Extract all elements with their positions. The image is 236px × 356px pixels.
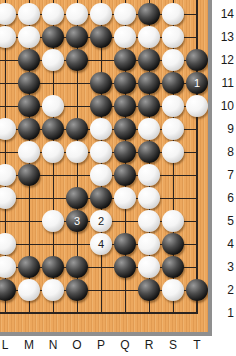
white-stone-N5[interactable] xyxy=(42,210,64,232)
black-stone-Q9[interactable] xyxy=(114,118,136,140)
white-stone-Q14[interactable] xyxy=(114,3,136,25)
white-stone-P14[interactable] xyxy=(90,3,112,25)
column-label-Q: Q xyxy=(120,338,129,352)
black-stone-M3[interactable] xyxy=(18,256,40,278)
black-stone-O6[interactable] xyxy=(66,187,88,209)
move-number-label-3: 3 xyxy=(74,216,80,227)
column-label-N: N xyxy=(49,338,58,352)
white-stone-Q13[interactable] xyxy=(114,26,136,48)
white-stone-S2[interactable] xyxy=(162,279,184,301)
black-stone-N13[interactable] xyxy=(42,26,64,48)
white-stone-S12[interactable] xyxy=(162,49,184,71)
row-label-12: 12 xyxy=(221,53,234,67)
white-stone-P4[interactable]: 4 xyxy=(90,233,112,255)
white-stone-L6[interactable] xyxy=(0,187,16,209)
black-stone-M7[interactable] xyxy=(18,164,40,186)
black-stone-M9[interactable] xyxy=(18,118,40,140)
row-label-1: 1 xyxy=(227,306,234,320)
white-stone-L13[interactable] xyxy=(0,26,16,48)
black-stone-M10[interactable] xyxy=(18,95,40,117)
black-stone-P11[interactable] xyxy=(90,72,112,94)
white-stone-S13[interactable] xyxy=(162,26,184,48)
black-stone-O12[interactable] xyxy=(66,49,88,71)
white-stone-P8[interactable] xyxy=(90,141,112,163)
column-label-L: L xyxy=(2,338,9,352)
white-stone-R9[interactable] xyxy=(138,118,160,140)
black-stone-S11[interactable] xyxy=(162,72,184,94)
white-stone-L9[interactable] xyxy=(0,118,16,140)
white-stone-L14[interactable] xyxy=(0,3,16,25)
white-stone-S14[interactable] xyxy=(162,3,184,25)
move-number-label-4: 4 xyxy=(98,239,104,250)
row-label-3: 3 xyxy=(227,260,234,274)
row-label-7: 7 xyxy=(227,168,234,182)
black-stone-R2[interactable] xyxy=(138,279,160,301)
white-stone-N12[interactable] xyxy=(42,49,64,71)
black-stone-T11[interactable]: 1 xyxy=(186,72,208,94)
white-stone-M2[interactable] xyxy=(18,279,40,301)
white-stone-S9[interactable] xyxy=(162,118,184,140)
black-stone-R11[interactable] xyxy=(138,72,160,94)
grid-line-col-T xyxy=(196,0,198,314)
row-label-2: 2 xyxy=(227,283,234,297)
black-stone-Q3[interactable] xyxy=(114,256,136,278)
row-label-4: 4 xyxy=(227,237,234,251)
white-stone-N8[interactable] xyxy=(42,141,64,163)
black-stone-R12[interactable] xyxy=(138,49,160,71)
row-coordinates-strip: 1413121110987654321 xyxy=(212,0,236,356)
white-stone-P7[interactable] xyxy=(90,164,112,186)
go-board[interactable]: 1324 xyxy=(0,0,208,332)
column-label-T: T xyxy=(193,338,200,352)
column-label-R: R xyxy=(145,338,154,352)
black-stone-R8[interactable] xyxy=(138,141,160,163)
row-label-9: 9 xyxy=(227,122,234,136)
column-label-M: M xyxy=(24,338,34,352)
column-label-P: P xyxy=(97,338,105,352)
black-stone-T12[interactable] xyxy=(186,49,208,71)
go-diagram-window: 1324 1413121110987654321 LMNOPQRST xyxy=(0,0,236,356)
black-stone-N3[interactable] xyxy=(42,256,64,278)
black-stone-Q11[interactable] xyxy=(114,72,136,94)
white-stone-S8[interactable] xyxy=(162,141,184,163)
black-stone-Q8[interactable] xyxy=(114,141,136,163)
black-stone-Q7[interactable] xyxy=(114,164,136,186)
black-stone-Q4[interactable] xyxy=(114,233,136,255)
white-stone-N14[interactable] xyxy=(42,3,64,25)
white-stone-R4[interactable] xyxy=(138,233,160,255)
column-label-O: O xyxy=(72,338,81,352)
white-stone-L3[interactable] xyxy=(0,256,16,278)
white-stone-S5[interactable] xyxy=(162,210,184,232)
black-stone-S3[interactable] xyxy=(162,256,184,278)
black-stone-O5[interactable]: 3 xyxy=(66,210,88,232)
row-label-10: 10 xyxy=(221,99,234,113)
column-label-S: S xyxy=(169,338,177,352)
black-stone-O9[interactable] xyxy=(66,118,88,140)
black-stone-T2[interactable] xyxy=(186,279,208,301)
white-stone-O14[interactable] xyxy=(66,3,88,25)
black-stone-P10[interactable] xyxy=(90,95,112,117)
black-stone-O3[interactable] xyxy=(66,256,88,278)
black-stone-M11[interactable] xyxy=(18,72,40,94)
row-label-14: 14 xyxy=(221,7,234,21)
black-stone-Q12[interactable] xyxy=(114,49,136,71)
move-number-label-1: 1 xyxy=(194,78,200,89)
white-stone-S10[interactable] xyxy=(162,95,184,117)
white-stone-L4[interactable] xyxy=(0,233,16,255)
black-stone-Q10[interactable] xyxy=(114,95,136,117)
black-stone-L2[interactable] xyxy=(0,279,16,301)
white-stone-R6[interactable] xyxy=(138,187,160,209)
white-stone-M14[interactable] xyxy=(18,3,40,25)
white-stone-M13[interactable] xyxy=(18,26,40,48)
white-stone-Q6[interactable] xyxy=(114,187,136,209)
black-stone-O2[interactable] xyxy=(66,279,88,301)
black-stone-P13[interactable] xyxy=(90,26,112,48)
black-stone-M12[interactable] xyxy=(18,49,40,71)
row-label-6: 6 xyxy=(227,191,234,205)
column-coordinates-strip: LMNOPQRST xyxy=(0,336,212,356)
white-stone-R13[interactable] xyxy=(138,26,160,48)
row-label-11: 11 xyxy=(222,76,234,90)
white-stone-O8[interactable] xyxy=(66,141,88,163)
black-stone-O13[interactable] xyxy=(66,26,88,48)
white-stone-R3[interactable] xyxy=(138,256,160,278)
black-stone-R14[interactable] xyxy=(138,3,160,25)
row-label-5: 5 xyxy=(227,214,234,228)
black-stone-S4[interactable] xyxy=(162,233,184,255)
row-label-8: 8 xyxy=(227,145,234,159)
white-stone-T10[interactable] xyxy=(186,95,208,117)
white-stone-N2[interactable] xyxy=(42,279,64,301)
row-label-13: 13 xyxy=(221,30,234,44)
white-stone-P5[interactable]: 2 xyxy=(90,210,112,232)
black-stone-N9[interactable] xyxy=(42,118,64,140)
move-number-label-2: 2 xyxy=(98,216,104,227)
black-stone-R10[interactable] xyxy=(138,95,160,117)
black-stone-P6[interactable] xyxy=(90,187,112,209)
white-stone-L7[interactable] xyxy=(0,164,16,186)
white-stone-M8[interactable] xyxy=(18,141,40,163)
white-stone-N10[interactable] xyxy=(42,95,64,117)
white-stone-P9[interactable] xyxy=(90,118,112,140)
white-stone-R7[interactable] xyxy=(138,164,160,186)
white-stone-R5[interactable] xyxy=(138,210,160,232)
